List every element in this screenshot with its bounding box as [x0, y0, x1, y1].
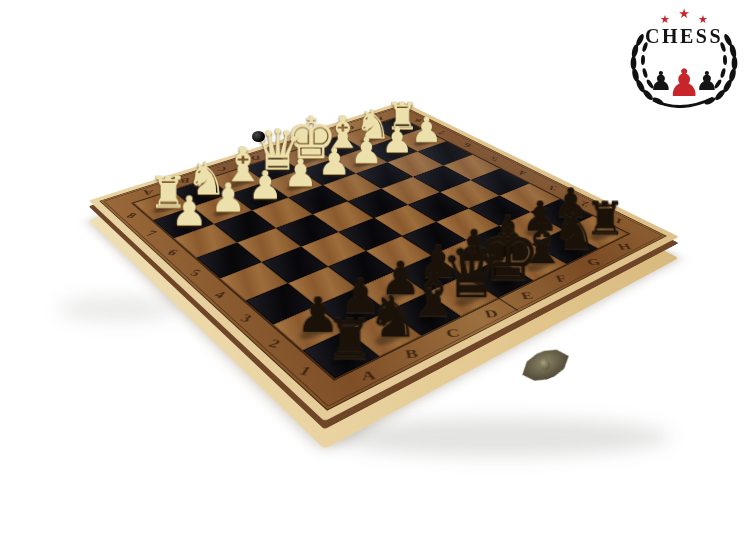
coordinate-label: D [482, 308, 499, 321]
coordinate-label: 3 [237, 312, 255, 325]
svg-text:★: ★ [660, 13, 670, 25]
piece-dark-rook-a1[interactable]: ♜ [325, 317, 375, 361]
folding-chess-board: ABCDEFGH8♜♞♝♛♚♝♞♜87♟♟♟♟♟♟♟♟7665544332♟♟♟… [89, 102, 679, 422]
coordinate-label: 4 [518, 169, 529, 177]
coordinate-label: A [360, 368, 376, 383]
piece-light-pawn-h7[interactable]: ♟ [411, 116, 442, 144]
piece-light-pawn-c7[interactable]: ♟ [248, 169, 283, 200]
piece-dark-knight-b1[interactable]: ♞ [367, 294, 419, 340]
piece-light-pawn-f7[interactable]: ♟ [350, 136, 382, 165]
coordinate-label: 5 [489, 155, 500, 162]
piece-light-pawn-g7[interactable]: ♟ [381, 126, 413, 154]
piece-light-pawn-e7[interactable]: ♟ [318, 146, 351, 176]
coordinate-label: F [553, 273, 568, 284]
coordinate-label: 8 [123, 211, 139, 220]
svg-text:★: ★ [678, 6, 690, 21]
logo-pawn-icons: ♟ ♟ ♟ [649, 61, 718, 105]
coordinate-label: 6 [462, 141, 473, 148]
logo-title: CHESS [645, 25, 723, 47]
board-face: ABCDEFGH8♜♞♝♛♚♝♞♜87♟♟♟♟♟♟♟♟7665544332♟♟♟… [99, 105, 667, 411]
piece-light-pawn-b7[interactable]: ♟ [210, 182, 246, 214]
coordinate-label: 6 [164, 247, 181, 258]
svg-text:♟: ♟ [667, 61, 701, 105]
coordinate-label: 5 [187, 267, 204, 278]
stars-icon: ★ ★ ★ [660, 6, 708, 25]
coordinate-label: 2 [265, 336, 283, 350]
coordinate-label: 1 [296, 363, 314, 378]
chess-logo: ★ ★ ★ CHESS [623, 4, 745, 108]
coordinate-label: B [403, 347, 419, 361]
piece-light-pawn-d7[interactable]: ♟ [284, 158, 318, 188]
coordinate-label: 4 [211, 289, 228, 301]
coordinate-label: C [444, 327, 461, 340]
hinge-pin-icon [252, 131, 265, 142]
coordinate-label: G [584, 257, 602, 268]
coordinate-label: 7 [143, 228, 159, 238]
coordinate-label: H [615, 242, 633, 252]
piece-light-pawn-a7[interactable]: ♟ [171, 194, 207, 227]
coordinate-label: E [519, 290, 535, 302]
svg-text:★: ★ [698, 13, 708, 25]
